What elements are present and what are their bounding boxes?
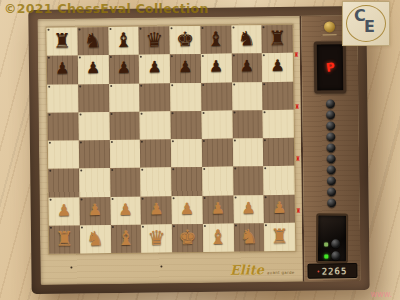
square-a8[interactable]: ♜: [46, 27, 77, 56]
panel-button-2[interactable]: [326, 110, 335, 119]
piece-white-bishop[interactable]: ♝: [117, 228, 135, 248]
square-e3[interactable]: [171, 167, 202, 196]
piece-white-queen[interactable]: ♛: [148, 227, 166, 247]
piece-black-pawn[interactable]: ♟: [147, 60, 162, 76]
square-c5[interactable]: [109, 111, 140, 140]
square-a7[interactable]: ♟: [47, 56, 78, 85]
square-g3[interactable]: [233, 166, 264, 195]
piece-black-bishop[interactable]: ♝: [114, 30, 132, 50]
square-c3[interactable]: [110, 168, 141, 197]
panel-button-6[interactable]: [327, 154, 336, 163]
red-led-display: P: [314, 41, 347, 93]
brand-logo: Elite avant garde: [230, 262, 295, 278]
square-d8[interactable]: ♛: [139, 26, 170, 55]
piece-black-pawn[interactable]: ♟: [86, 61, 101, 77]
piece-white-pawn[interactable]: ♟: [149, 201, 164, 217]
panel-button-1[interactable]: [326, 99, 335, 108]
piece-white-pawn[interactable]: ♟: [211, 200, 226, 216]
square-h3[interactable]: [263, 166, 294, 195]
square-g1[interactable]: ♞: [233, 223, 264, 252]
panel-button-5[interactable]: [326, 143, 335, 152]
square-b6[interactable]: [78, 84, 109, 113]
square-g4[interactable]: [232, 138, 263, 167]
square-c1[interactable]: ♝: [110, 224, 141, 253]
piece-black-rook[interactable]: ♜: [268, 28, 286, 48]
piece-black-pawn[interactable]: ♟: [178, 59, 193, 75]
square-g2[interactable]: ♟: [233, 195, 264, 224]
screw-dot-icon: [70, 267, 72, 269]
lcd-value: 2265: [322, 266, 348, 276]
piece-black-king[interactable]: ♚: [176, 29, 194, 49]
function-button[interactable]: [331, 251, 340, 260]
square-g5[interactable]: [232, 110, 263, 139]
ce-logo-letter-e: E: [364, 17, 375, 36]
square-a5[interactable]: [48, 112, 79, 141]
piece-black-pawn[interactable]: ♟: [209, 59, 224, 75]
square-g6[interactable]: [232, 82, 263, 111]
piece-white-knight[interactable]: ♞: [240, 226, 258, 246]
panel-button-8[interactable]: [327, 176, 336, 185]
square-f2[interactable]: ♟: [202, 195, 233, 224]
photo-stage: ♜♞♝♛♚♝♞♜♟♟♟♟♟♟♟♟♟♟♟♟♟♟♟♟♜♞♝♛♚♝♞♜ ♜♜♜♜ El…: [0, 0, 400, 300]
green-led-icon: [324, 242, 328, 246]
square-h5[interactable]: [263, 110, 294, 139]
board-inner-surface: ♜♞♝♛♚♝♞♜♟♟♟♟♟♟♟♟♟♟♟♟♟♟♟♟♜♞♝♛♚♝♞♜ ♜♜♜♜ El…: [37, 15, 360, 285]
piece-white-knight[interactable]: ♞: [86, 228, 104, 248]
piece-black-queen[interactable]: ♛: [145, 30, 163, 50]
piece-white-pawn[interactable]: ♟: [57, 202, 72, 218]
square-f6[interactable]: [201, 82, 232, 111]
brand-sub-text: avant garde: [267, 270, 295, 275]
piece-black-pawn[interactable]: ♟: [55, 61, 70, 77]
square-d3[interactable]: [140, 168, 171, 197]
panel-button-3[interactable]: [326, 121, 335, 130]
panel-button-7[interactable]: [327, 165, 336, 174]
piece-white-pawn[interactable]: ♟: [180, 201, 195, 217]
panel-button-4[interactable]: [326, 132, 335, 141]
piece-white-pawn[interactable]: ♟: [88, 202, 103, 218]
side-button-column: [326, 99, 336, 207]
square-e5[interactable]: [171, 111, 202, 140]
square-h6[interactable]: [262, 81, 293, 110]
square-a3[interactable]: [48, 169, 79, 198]
square-e7[interactable]: ♟: [170, 54, 201, 83]
square-h4[interactable]: [263, 138, 294, 167]
url-watermark: www.: [371, 290, 392, 299]
piece-black-knight[interactable]: ♞: [84, 30, 102, 50]
square-f3[interactable]: [202, 167, 233, 196]
led-display-glyph: P: [325, 60, 336, 75]
square-g8[interactable]: ♞: [231, 25, 262, 54]
red-setup-marker-icon: ♜: [296, 208, 301, 213]
piece-white-pawn[interactable]: ♟: [241, 200, 256, 216]
ce-corner-logo: C E: [342, 1, 390, 46]
square-f4[interactable]: [202, 139, 233, 168]
piece-white-rook[interactable]: ♜: [271, 226, 289, 246]
square-e2[interactable]: ♟: [172, 195, 203, 224]
red-setup-marker-icon: ♜: [294, 52, 299, 57]
square-e6[interactable]: [170, 82, 201, 111]
screw-dot-icon: [160, 265, 162, 267]
function-button-rows: [324, 239, 340, 260]
square-c2[interactable]: ♟: [110, 196, 141, 225]
square-h8[interactable]: ♜: [262, 25, 293, 54]
piece-white-king[interactable]: ♚: [178, 227, 196, 247]
square-f1[interactable]: ♝: [203, 223, 234, 252]
square-d5[interactable]: [140, 111, 171, 140]
bottom-maple-strip: Elite avant garde: [40, 258, 302, 287]
square-b2[interactable]: ♟: [79, 197, 110, 226]
panel-button-9[interactable]: [327, 187, 336, 196]
emblem-caption-line: [323, 34, 337, 35]
square-c6[interactable]: [109, 83, 140, 112]
square-b1[interactable]: ♞: [80, 225, 111, 254]
brand-script-text: Elite: [230, 262, 264, 277]
piece-black-pawn[interactable]: ♟: [270, 58, 285, 74]
red-setup-marker-icon: ♜: [294, 104, 299, 109]
square-f7[interactable]: ♟: [201, 54, 232, 83]
square-b4[interactable]: [79, 140, 110, 169]
function-button[interactable]: [331, 239, 340, 248]
board-squares: ♜♞♝♛♚♝♞♜♟♟♟♟♟♟♟♟♟♟♟♟♟♟♟♟♜♞♝♛♚♝♞♜: [45, 24, 296, 255]
square-d6[interactable]: [139, 83, 170, 112]
square-e4[interactable]: [171, 139, 202, 168]
square-c4[interactable]: [109, 140, 140, 169]
square-b5[interactable]: [78, 112, 109, 141]
piece-black-knight[interactable]: ♞: [237, 28, 255, 48]
square-d1[interactable]: ♛: [141, 224, 172, 253]
piece-white-pawn[interactable]: ♟: [272, 200, 287, 216]
square-a4[interactable]: [48, 140, 79, 169]
square-b3[interactable]: [79, 168, 110, 197]
control-panel: P 2265: [299, 15, 360, 282]
piece-black-rook[interactable]: ♜: [53, 31, 71, 51]
square-c8[interactable]: ♝: [108, 27, 139, 56]
piece-black-bishop[interactable]: ♝: [207, 29, 225, 49]
square-d4[interactable]: [140, 139, 171, 168]
square-d2[interactable]: ♟: [141, 196, 172, 225]
piece-white-pawn[interactable]: ♟: [118, 201, 133, 217]
square-f5[interactable]: [201, 110, 232, 139]
square-d7[interactable]: ♟: [139, 55, 170, 84]
red-setup-marker-icon: ♜: [295, 156, 300, 161]
green-led-icon: [324, 254, 328, 258]
panel-button-10[interactable]: [327, 198, 336, 207]
piece-white-bishop[interactable]: ♝: [209, 227, 227, 247]
piece-black-pawn[interactable]: ♟: [117, 60, 132, 76]
chess-computer-case: ♜♞♝♛♚♝♞♜♟♟♟♟♟♟♟♟♟♟♟♟♟♟♟♟♜♞♝♛♚♝♞♜ ♜♜♜♜ El…: [28, 6, 369, 294]
piece-white-rook[interactable]: ♜: [55, 228, 73, 248]
square-e8[interactable]: ♚: [169, 26, 200, 55]
square-a6[interactable]: [47, 84, 78, 113]
copyright-watermark: ©2021 ChessEval Collection: [4, 1, 209, 16]
lcd-red-dot-icon: [318, 270, 320, 272]
square-a1[interactable]: ♜: [49, 225, 80, 254]
gold-emblem-icon: [324, 21, 335, 32]
square-h7[interactable]: ♟: [262, 53, 293, 82]
square-c7[interactable]: ♟: [108, 55, 139, 84]
square-b7[interactable]: ♟: [78, 55, 109, 84]
piece-black-pawn[interactable]: ♟: [240, 59, 255, 75]
square-g7[interactable]: ♟: [231, 53, 262, 82]
square-h1[interactable]: ♜: [264, 223, 295, 252]
square-h2[interactable]: ♟: [264, 194, 295, 223]
square-a2[interactable]: ♟: [49, 197, 80, 226]
square-f8[interactable]: ♝: [200, 26, 231, 55]
square-b8[interactable]: ♞: [77, 27, 108, 56]
square-e1[interactable]: ♚: [172, 224, 203, 253]
lcd-display: 2265: [307, 263, 357, 279]
